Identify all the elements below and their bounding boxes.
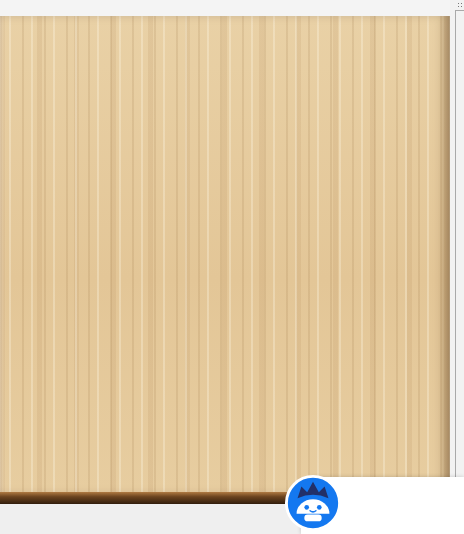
board-intersection-grid[interactable] [6,21,435,495]
blueberry-android-logo-icon [284,474,342,532]
top-file-labels [0,0,450,16]
xiangqi-app-window [0,0,464,534]
panel-border-notch [455,10,464,11]
panel-border-line [455,10,456,534]
panel-dots [457,2,463,9]
side-panel-edge [450,0,464,534]
